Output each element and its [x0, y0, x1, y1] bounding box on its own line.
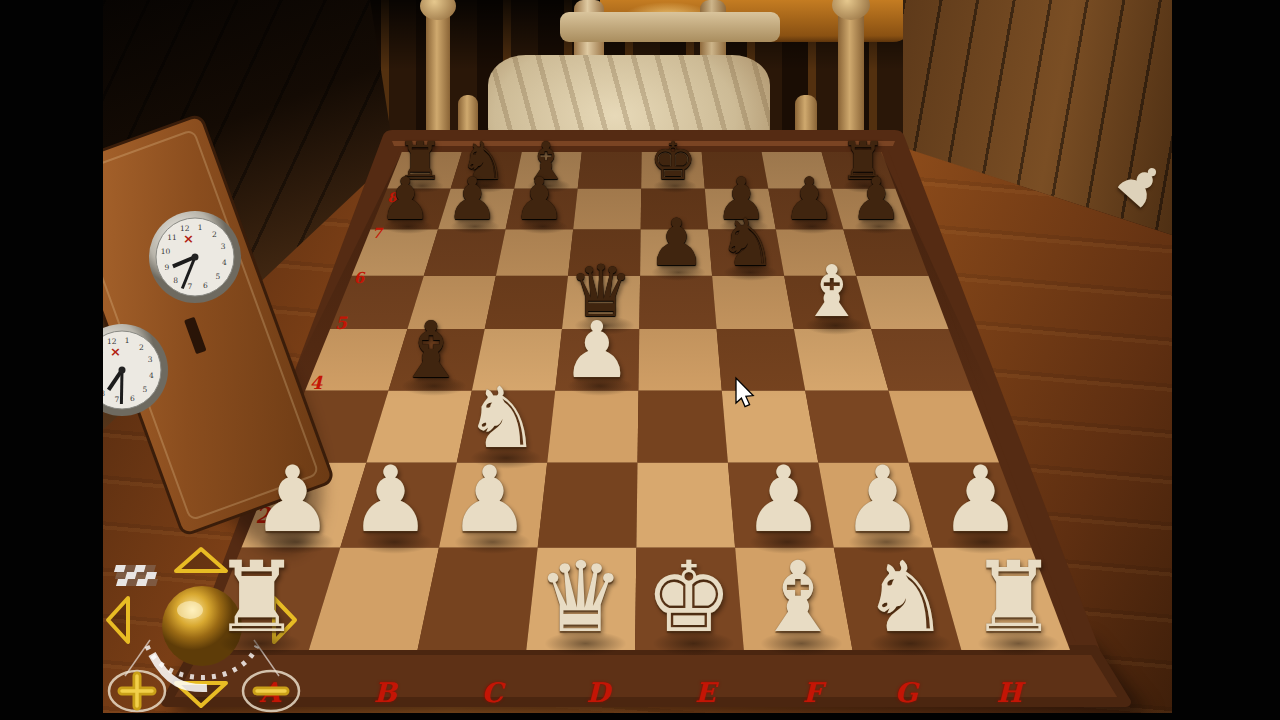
white-pawn-c2[interactable]: ♟ [444, 454, 535, 545]
white-king-e1[interactable]: ♚ [640, 549, 738, 647]
black-pawn-b7[interactable]: ♟ [443, 170, 502, 229]
white-bishop-g5[interactable]: ♝ [796, 256, 868, 328]
white-queen-d1[interactable]: ♛ [532, 549, 630, 647]
white-knight-g1[interactable]: ♞ [857, 549, 955, 647]
white-pawn-a2[interactable]: ♟ [247, 454, 338, 545]
black-pawn-a7[interactable]: ♟ [376, 170, 435, 229]
black-bishop-b4[interactable]: ♝ [392, 311, 470, 389]
letterbox-right [1172, 0, 1280, 720]
black-pawn-c7[interactable]: ♟ [510, 170, 569, 229]
game-screenshot: { "game": "chess", "scene_description": … [0, 0, 1280, 720]
black-pawn-h7[interactable]: ♟ [847, 170, 906, 229]
white-rook-h1[interactable]: ♜ [965, 549, 1063, 647]
black-pawn-g7[interactable]: ♟ [780, 170, 839, 229]
black-king-e8[interactable]: ♚ [647, 135, 699, 187]
white-pawn-b2[interactable]: ♟ [345, 454, 436, 545]
white-pawn-g2[interactable]: ♟ [837, 454, 928, 545]
cursor-arrow [736, 378, 753, 407]
white-rook-a1[interactable]: ♜ [208, 549, 306, 647]
black-pawn-e6[interactable]: ♟ [644, 210, 709, 275]
white-pawn-d4[interactable]: ♟ [558, 311, 636, 389]
white-pawn-h2[interactable]: ♟ [935, 454, 1026, 545]
black-knight-f6[interactable]: ♞ [715, 210, 780, 275]
letterbox-left [0, 0, 103, 720]
letterbox-bottom [0, 713, 1280, 720]
white-bishop-f1[interactable]: ♝ [749, 549, 847, 647]
white-pawn-f2[interactable]: ♟ [738, 454, 829, 545]
